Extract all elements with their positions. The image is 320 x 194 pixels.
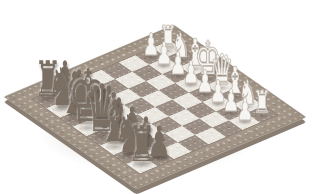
product-photo: ♜♞♝♚♛♝♞♜♟♟♟♟♟♟♟♟♟♟♟♟♟♟♟♟♜♞♝♚♛♝♞♜	[0, 0, 320, 194]
